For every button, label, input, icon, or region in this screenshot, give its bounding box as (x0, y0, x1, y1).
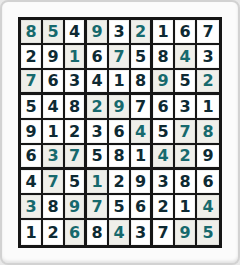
cell-r9c7[interactable]: 7 (153, 220, 175, 245)
cell-r2c7[interactable]: 8 (153, 45, 175, 70)
cell-r9c5[interactable]: 4 (109, 220, 131, 245)
cell-r7c4[interactable]: 1 (87, 170, 109, 195)
cell-r3c3[interactable]: 3 (65, 70, 87, 95)
cell-r5c2[interactable]: 1 (43, 120, 65, 145)
cell-r3c2[interactable]: 6 (43, 70, 65, 95)
cell-r6c9[interactable]: 9 (197, 145, 219, 170)
cell-r5c4[interactable]: 3 (87, 120, 109, 145)
cell-r6c2[interactable]: 3 (43, 145, 65, 170)
cell-r8c6[interactable]: 6 (131, 195, 153, 220)
cell-r4c3[interactable]: 8 (65, 95, 87, 120)
cell-r1c6[interactable]: 2 (131, 20, 153, 45)
cell-r7c3[interactable]: 5 (65, 170, 87, 195)
cell-r9c3[interactable]: 6 (65, 220, 87, 245)
cell-r9c9[interactable]: 5 (197, 220, 219, 245)
cell-r3c8[interactable]: 5 (175, 70, 197, 95)
cell-r8c4[interactable]: 7 (87, 195, 109, 220)
cell-r3c4[interactable]: 4 (87, 70, 109, 95)
cell-r8c9[interactable]: 4 (197, 195, 219, 220)
cell-r2c3[interactable]: 1 (65, 45, 87, 70)
cell-r3c1[interactable]: 7 (21, 70, 43, 95)
cell-r2c1[interactable]: 2 (21, 45, 43, 70)
cell-r6c6[interactable]: 1 (131, 145, 153, 170)
cell-r9c4[interactable]: 8 (87, 220, 109, 245)
cell-r5c6[interactable]: 4 (131, 120, 153, 145)
sudoku-panel: 8549321672916758437634189525482976319123… (0, 0, 240, 265)
cell-r3c5[interactable]: 1 (109, 70, 131, 95)
cell-r1c7[interactable]: 1 (153, 20, 175, 45)
cell-r1c5[interactable]: 3 (109, 20, 131, 45)
cell-r8c5[interactable]: 5 (109, 195, 131, 220)
cell-r1c3[interactable]: 4 (65, 20, 87, 45)
cell-r9c6[interactable]: 3 (131, 220, 153, 245)
cell-r4c9[interactable]: 1 (197, 95, 219, 120)
cell-r5c9[interactable]: 8 (197, 120, 219, 145)
cell-r4c8[interactable]: 3 (175, 95, 197, 120)
cell-r3c7[interactable]: 9 (153, 70, 175, 95)
cell-r3c6[interactable]: 8 (131, 70, 153, 95)
cell-r7c5[interactable]: 2 (109, 170, 131, 195)
cell-r2c4[interactable]: 6 (87, 45, 109, 70)
cell-r2c5[interactable]: 7 (109, 45, 131, 70)
cell-r6c1[interactable]: 6 (21, 145, 43, 170)
cell-r7c6[interactable]: 9 (131, 170, 153, 195)
cell-r3c9[interactable]: 2 (197, 70, 219, 95)
sudoku-board: 8549321672916758437634189525482976319123… (18, 17, 222, 248)
cell-r5c7[interactable]: 5 (153, 120, 175, 145)
cell-r8c8[interactable]: 1 (175, 195, 197, 220)
cell-r9c2[interactable]: 2 (43, 220, 65, 245)
cell-r5c5[interactable]: 6 (109, 120, 131, 145)
cell-r1c1[interactable]: 8 (21, 20, 43, 45)
cell-r4c6[interactable]: 7 (131, 95, 153, 120)
cell-r5c1[interactable]: 9 (21, 120, 43, 145)
cell-r8c3[interactable]: 9 (65, 195, 87, 220)
cell-r1c4[interactable]: 9 (87, 20, 109, 45)
cell-r9c8[interactable]: 9 (175, 220, 197, 245)
cell-r6c8[interactable]: 2 (175, 145, 197, 170)
cell-r8c2[interactable]: 8 (43, 195, 65, 220)
cell-r8c1[interactable]: 3 (21, 195, 43, 220)
cell-r5c3[interactable]: 2 (65, 120, 87, 145)
cell-r1c8[interactable]: 6 (175, 20, 197, 45)
cell-r9c1[interactable]: 1 (21, 220, 43, 245)
cell-r4c5[interactable]: 9 (109, 95, 131, 120)
cell-r4c4[interactable]: 2 (87, 95, 109, 120)
cell-r1c9[interactable]: 7 (197, 20, 219, 45)
cell-r6c5[interactable]: 8 (109, 145, 131, 170)
cell-r5c8[interactable]: 7 (175, 120, 197, 145)
cell-r4c2[interactable]: 4 (43, 95, 65, 120)
cell-r7c9[interactable]: 6 (197, 170, 219, 195)
cell-r2c6[interactable]: 5 (131, 45, 153, 70)
cell-r2c2[interactable]: 9 (43, 45, 65, 70)
cell-r4c1[interactable]: 5 (21, 95, 43, 120)
cell-r2c9[interactable]: 3 (197, 45, 219, 70)
cell-r6c7[interactable]: 4 (153, 145, 175, 170)
cell-r4c7[interactable]: 6 (153, 95, 175, 120)
cell-r7c8[interactable]: 8 (175, 170, 197, 195)
cell-r7c1[interactable]: 4 (21, 170, 43, 195)
cell-r7c7[interactable]: 3 (153, 170, 175, 195)
cell-r6c3[interactable]: 7 (65, 145, 87, 170)
cell-r6c4[interactable]: 5 (87, 145, 109, 170)
cell-r1c2[interactable]: 5 (43, 20, 65, 45)
cell-r8c7[interactable]: 2 (153, 195, 175, 220)
cell-r7c2[interactable]: 7 (43, 170, 65, 195)
cell-r2c8[interactable]: 4 (175, 45, 197, 70)
